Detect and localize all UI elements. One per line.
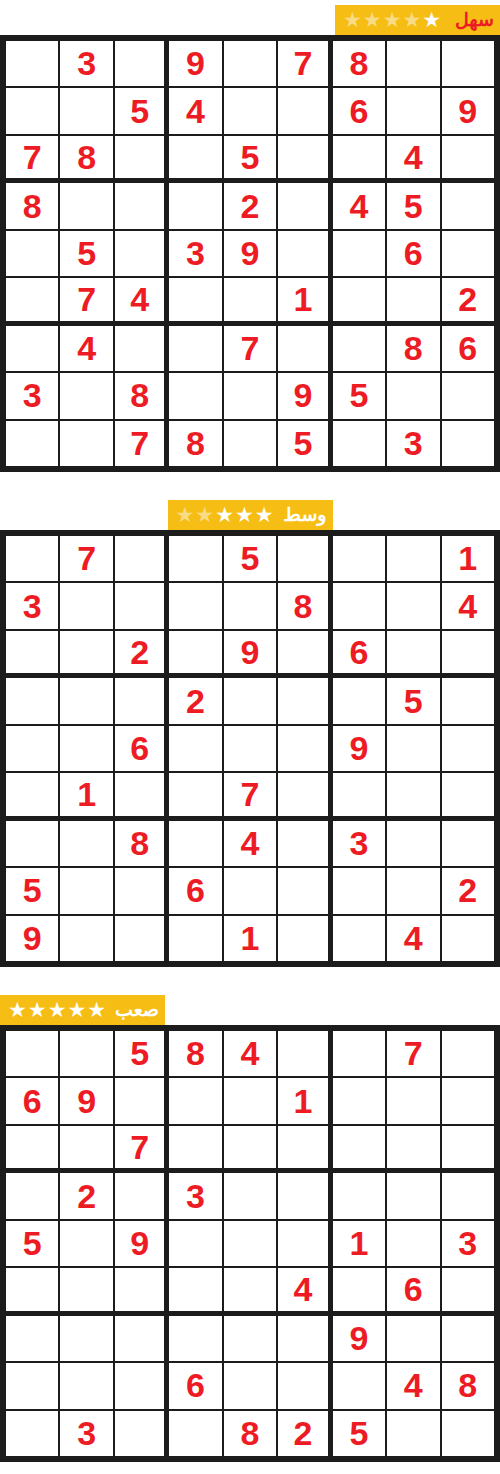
cell-r2-c8[interactable] xyxy=(386,1077,440,1124)
cell-r2-c4[interactable] xyxy=(168,1077,222,1124)
star-icon: ★ xyxy=(87,995,106,1025)
cell-r9-c8[interactable] xyxy=(386,1410,440,1457)
cell-r8-c4[interactable]: 6 xyxy=(168,1362,222,1409)
cell-r6-c7[interactable] xyxy=(332,1267,386,1314)
cell-r8-c7[interactable] xyxy=(332,867,386,914)
cell-r4-c5[interactable] xyxy=(223,1172,277,1219)
cell-r4-c6[interactable] xyxy=(277,182,331,229)
cell-r2-c8[interactable] xyxy=(386,582,440,629)
cell-r9-c3[interactable] xyxy=(114,1410,168,1457)
cell-r6-c3[interactable] xyxy=(114,1267,168,1314)
cell-r1-c5[interactable] xyxy=(223,40,277,87)
sudoku-grid: 397854697854824553967412478638957853 xyxy=(0,35,500,472)
cell-r1-c3[interactable] xyxy=(114,40,168,87)
cell-r3-c5[interactable] xyxy=(223,1125,277,1172)
cell-r6-c7[interactable] xyxy=(332,772,386,819)
cell-r8-c9[interactable]: 8 xyxy=(441,1362,495,1409)
cell-r5-c9[interactable] xyxy=(441,230,495,277)
cell-r3-c6[interactable] xyxy=(277,135,331,182)
cell-r6-c1[interactable] xyxy=(5,277,59,324)
cell-r7-c4[interactable] xyxy=(168,1315,222,1362)
cell-r1-c6[interactable]: 7 xyxy=(277,40,331,87)
cell-r5-c4[interactable] xyxy=(168,725,222,772)
cell-r3-c7[interactable]: 6 xyxy=(332,630,386,677)
cell-r5-c6[interactable] xyxy=(277,725,331,772)
cell-r3-c8[interactable] xyxy=(386,630,440,677)
cell-r8-c8[interactable]: 4 xyxy=(386,1362,440,1409)
cell-r1-c7[interactable]: 8 xyxy=(332,40,386,87)
cell-r5-c3[interactable]: 6 xyxy=(114,725,168,772)
cell-r3-c9[interactable] xyxy=(441,135,495,182)
cell-r9-c8[interactable]: 4 xyxy=(386,915,440,962)
cell-r5-c6[interactable] xyxy=(277,1220,331,1267)
cell-r8-c2[interactable] xyxy=(59,867,113,914)
cell-r3-c9[interactable] xyxy=(441,630,495,677)
star-icon: ★ xyxy=(176,500,195,530)
cell-r6-c9[interactable]: 2 xyxy=(441,277,495,324)
cell-r5-c7[interactable]: 1 xyxy=(332,1220,386,1267)
cell-r6-c9[interactable] xyxy=(441,772,495,819)
star-icon: ★ xyxy=(363,5,382,35)
cell-r4-c7[interactable] xyxy=(332,1172,386,1219)
cell-r8-c8[interactable] xyxy=(386,867,440,914)
cell-r5-c8[interactable] xyxy=(386,725,440,772)
cell-r8-c5[interactable] xyxy=(223,372,277,419)
cell-r9-c8[interactable]: 3 xyxy=(386,420,440,467)
cell-r1-c1[interactable] xyxy=(5,40,59,87)
cell-r2-c7[interactable]: 6 xyxy=(332,87,386,134)
cell-r4-c8[interactable]: 5 xyxy=(386,677,440,724)
cell-r7-c5[interactable]: 4 xyxy=(223,820,277,867)
cell-r7-c9[interactable]: 6 xyxy=(441,325,495,372)
cell-r9-c4[interactable]: 8 xyxy=(168,420,222,467)
cell-r5-c2[interactable] xyxy=(59,1220,113,1267)
cell-r9-c9[interactable] xyxy=(441,1410,495,1457)
cell-r1-c2[interactable] xyxy=(59,1030,113,1077)
cell-r3-c3[interactable]: 2 xyxy=(114,630,168,677)
cell-r9-c2[interactable] xyxy=(59,420,113,467)
cell-r8-c8[interactable] xyxy=(386,372,440,419)
cell-r2-c6[interactable]: 8 xyxy=(277,582,331,629)
cell-r4-c3[interactable] xyxy=(114,1172,168,1219)
cell-r2-c3[interactable]: 5 xyxy=(114,87,168,134)
cell-r8-c3[interactable] xyxy=(114,867,168,914)
cell-r6-c8[interactable] xyxy=(386,772,440,819)
cell-r3-c5[interactable]: 9 xyxy=(223,630,277,677)
cell-r6-c6[interactable]: 1 xyxy=(277,277,331,324)
cell-r7-c6[interactable] xyxy=(277,820,331,867)
cell-r6-c8[interactable] xyxy=(386,277,440,324)
cell-r4-c3[interactable] xyxy=(114,182,168,229)
cell-r5-c2[interactable] xyxy=(59,725,113,772)
cell-r5-c5[interactable] xyxy=(223,1220,277,1267)
star-icon: ★ xyxy=(48,995,67,1025)
cell-r2-c9[interactable] xyxy=(441,1077,495,1124)
cell-r7-c2[interactable] xyxy=(59,1315,113,1362)
cell-r3-c8[interactable]: 4 xyxy=(386,135,440,182)
cell-r1-c4[interactable]: 9 xyxy=(168,40,222,87)
cell-r8-c1[interactable] xyxy=(5,1362,59,1409)
cell-r7-c4[interactable] xyxy=(168,325,222,372)
cell-r2-c5[interactable] xyxy=(223,582,277,629)
cell-r2-c9[interactable]: 4 xyxy=(441,582,495,629)
cell-r8-c7[interactable]: 5 xyxy=(332,372,386,419)
cell-r3-c9[interactable] xyxy=(441,1125,495,1172)
cell-r9-c9[interactable] xyxy=(441,915,495,962)
cell-r4-c4[interactable]: 3 xyxy=(168,1172,222,1219)
cell-r6-c4[interactable] xyxy=(168,277,222,324)
star-icon: ★ xyxy=(67,995,86,1025)
cell-r9-c5[interactable] xyxy=(223,420,277,467)
cell-r7-c5[interactable]: 7 xyxy=(223,325,277,372)
cell-r4-c9[interactable] xyxy=(441,1172,495,1219)
cell-r6-c2[interactable]: 1 xyxy=(59,772,113,819)
difficulty-label: سهل xyxy=(455,6,494,34)
star-icon: ★ xyxy=(383,5,402,35)
cell-r1-c7[interactable] xyxy=(332,1030,386,1077)
cell-r4-c4[interactable] xyxy=(168,182,222,229)
cell-r1-c5[interactable]: 5 xyxy=(223,535,277,582)
cell-r1-c1[interactable] xyxy=(5,1030,59,1077)
cell-r2-c4[interactable]: 4 xyxy=(168,87,222,134)
cell-r7-c6[interactable] xyxy=(277,325,331,372)
cell-r4-c9[interactable] xyxy=(441,677,495,724)
cell-r2-c3[interactable] xyxy=(114,582,168,629)
cell-r7-c6[interactable] xyxy=(277,1315,331,1362)
cell-r4-c7[interactable] xyxy=(332,677,386,724)
cell-r5-c8[interactable]: 6 xyxy=(386,230,440,277)
cell-r4-c2[interactable] xyxy=(59,677,113,724)
cell-r6-c5[interactable]: 7 xyxy=(223,772,277,819)
difficulty-label: صعب xyxy=(115,996,159,1024)
cell-r8-c6[interactable] xyxy=(277,1362,331,1409)
cell-r1-c4[interactable] xyxy=(168,535,222,582)
cell-r7-c5[interactable] xyxy=(223,1315,277,1362)
sudoku-grid: 751384296256917843562914 xyxy=(0,530,500,967)
cell-r2-c9[interactable]: 9 xyxy=(441,87,495,134)
cell-r7-c4[interactable] xyxy=(168,820,222,867)
cell-r7-c3[interactable]: 8 xyxy=(114,820,168,867)
cell-r5-c1[interactable]: 5 xyxy=(5,1220,59,1267)
cell-r1-c9[interactable]: 1 xyxy=(441,535,495,582)
cell-r7-c7[interactable]: 3 xyxy=(332,820,386,867)
cell-r2-c1[interactable] xyxy=(5,87,59,134)
star-icon: ★ xyxy=(422,5,441,35)
cell-r9-c6[interactable]: 5 xyxy=(277,420,331,467)
cell-r9-c9[interactable] xyxy=(441,420,495,467)
cell-r2-c1[interactable]: 6 xyxy=(5,1077,59,1124)
cell-r2-c2[interactable]: 9 xyxy=(59,1077,113,1124)
cell-r5-c7[interactable]: 9 xyxy=(332,725,386,772)
cell-r7-c8[interactable]: 8 xyxy=(386,325,440,372)
cell-r7-c9[interactable] xyxy=(441,1315,495,1362)
cell-r6-c3[interactable] xyxy=(114,772,168,819)
cell-r8-c5[interactable] xyxy=(223,867,277,914)
cell-r7-c2[interactable]: 4 xyxy=(59,325,113,372)
cell-r7-c9[interactable] xyxy=(441,820,495,867)
cell-r8-c1[interactable]: 3 xyxy=(5,372,59,419)
cell-r3-c7[interactable] xyxy=(332,135,386,182)
cell-r6-c1[interactable] xyxy=(5,1267,59,1314)
cell-r9-c7[interactable] xyxy=(332,915,386,962)
cell-r3-c6[interactable] xyxy=(277,1125,331,1172)
cell-r6-c2[interactable]: 7 xyxy=(59,277,113,324)
star-icon: ★ xyxy=(402,5,421,35)
cell-r6-c5[interactable] xyxy=(223,277,277,324)
star-icon: ★ xyxy=(343,5,362,35)
cell-r9-c2[interactable] xyxy=(59,915,113,962)
cell-r3-c1[interactable]: 7 xyxy=(5,135,59,182)
cell-r3-c1[interactable] xyxy=(5,630,59,677)
cell-r6-c7[interactable] xyxy=(332,277,386,324)
cell-r8-c7[interactable] xyxy=(332,1362,386,1409)
banner-row: ★★★★★ صعب xyxy=(0,995,500,1025)
cell-r9-c6[interactable] xyxy=(277,915,331,962)
cell-r2-c6[interactable]: 1 xyxy=(277,1077,331,1124)
cell-r2-c8[interactable] xyxy=(386,87,440,134)
cell-r3-c7[interactable] xyxy=(332,1125,386,1172)
star-icon: ★ xyxy=(235,500,254,530)
cell-r9-c7[interactable] xyxy=(332,420,386,467)
banner-row: ★★★★★ سهل xyxy=(0,5,500,35)
cell-r9-c3[interactable]: 7 xyxy=(114,420,168,467)
cell-r7-c7[interactable] xyxy=(332,325,386,372)
cell-r8-c1[interactable]: 5 xyxy=(5,867,59,914)
cell-r5-c1[interactable] xyxy=(5,725,59,772)
cell-r3-c2[interactable]: 8 xyxy=(59,135,113,182)
cell-r9-c1[interactable] xyxy=(5,420,59,467)
cell-r2-c3[interactable] xyxy=(114,1077,168,1124)
cell-r1-c5[interactable]: 4 xyxy=(223,1030,277,1077)
difficulty-banner: ★★★★★ صعب xyxy=(0,995,165,1025)
cell-r9-c1[interactable]: 9 xyxy=(5,915,59,962)
cell-r3-c3[interactable]: 7 xyxy=(114,1125,168,1172)
cell-r9-c7[interactable]: 5 xyxy=(332,1410,386,1457)
cell-r1-c3[interactable] xyxy=(114,535,168,582)
cell-r1-c9[interactable] xyxy=(441,1030,495,1077)
puzzle-easy: ★★★★★ سهل 397854697854824553967412478638… xyxy=(0,0,500,472)
star-rating: ★★★★★ xyxy=(343,5,441,35)
cell-r6-c8[interactable]: 6 xyxy=(386,1267,440,1314)
puzzle-hard: ★★★★★ صعب 584769172359134696483825 xyxy=(0,967,500,1462)
cell-r2-c1[interactable]: 3 xyxy=(5,582,59,629)
cell-r6-c9[interactable] xyxy=(441,1267,495,1314)
cell-r3-c5[interactable]: 5 xyxy=(223,135,277,182)
cell-r2-c2[interactable] xyxy=(59,87,113,134)
cell-r6-c5[interactable] xyxy=(223,1267,277,1314)
cell-r9-c2[interactable]: 3 xyxy=(59,1410,113,1457)
cell-r8-c2[interactable] xyxy=(59,372,113,419)
star-rating: ★★★★★ xyxy=(8,995,106,1025)
cell-r5-c5[interactable] xyxy=(223,725,277,772)
cell-r4-c8[interactable]: 5 xyxy=(386,182,440,229)
cell-r3-c8[interactable] xyxy=(386,1125,440,1172)
cell-r8-c5[interactable] xyxy=(223,1362,277,1409)
sudoku-grid: 584769172359134696483825 xyxy=(0,1025,500,1462)
cell-r3-c4[interactable] xyxy=(168,135,222,182)
cell-r5-c9[interactable] xyxy=(441,725,495,772)
cell-r6-c6[interactable] xyxy=(277,772,331,819)
cell-r1-c8[interactable]: 7 xyxy=(386,1030,440,1077)
star-icon: ★ xyxy=(195,500,214,530)
cell-r7-c7[interactable]: 9 xyxy=(332,1315,386,1362)
cell-r4-c3[interactable] xyxy=(114,677,168,724)
cell-r2-c4[interactable] xyxy=(168,582,222,629)
cell-r6-c1[interactable] xyxy=(5,772,59,819)
cell-r5-c4[interactable]: 3 xyxy=(168,230,222,277)
difficulty-banner: ★★★★★ وسط xyxy=(168,500,333,530)
cell-r6-c6[interactable]: 4 xyxy=(277,1267,331,1314)
cell-r1-c4[interactable]: 8 xyxy=(168,1030,222,1077)
cell-r4-c8[interactable] xyxy=(386,1172,440,1219)
difficulty-banner: ★★★★★ سهل xyxy=(335,5,500,35)
cell-r3-c4[interactable] xyxy=(168,630,222,677)
cell-r1-c2[interactable]: 3 xyxy=(59,40,113,87)
cell-r8-c3[interactable] xyxy=(114,1362,168,1409)
cell-r7-c8[interactable] xyxy=(386,1315,440,1362)
cell-r2-c7[interactable] xyxy=(332,582,386,629)
cell-r1-c8[interactable] xyxy=(386,535,440,582)
cell-r1-c7[interactable] xyxy=(332,535,386,582)
cell-r4-c9[interactable] xyxy=(441,182,495,229)
cell-r4-c6[interactable] xyxy=(277,677,331,724)
cell-r7-c3[interactable] xyxy=(114,1315,168,1362)
cell-r9-c5[interactable]: 1 xyxy=(223,915,277,962)
cell-r4-c7[interactable]: 4 xyxy=(332,182,386,229)
cell-r1-c8[interactable] xyxy=(386,40,440,87)
cell-r2-c7[interactable] xyxy=(332,1077,386,1124)
cell-r3-c2[interactable] xyxy=(59,1125,113,1172)
cell-r6-c3[interactable]: 4 xyxy=(114,277,168,324)
cell-r5-c5[interactable]: 9 xyxy=(223,230,277,277)
cell-r8-c4[interactable]: 6 xyxy=(168,867,222,914)
cell-r1-c9[interactable] xyxy=(441,40,495,87)
cell-r5-c9[interactable]: 3 xyxy=(441,1220,495,1267)
cell-r7-c2[interactable] xyxy=(59,820,113,867)
cell-r3-c1[interactable] xyxy=(5,1125,59,1172)
star-icon: ★ xyxy=(28,995,47,1025)
star-rating: ★★★★★ xyxy=(176,500,274,530)
cell-r6-c4[interactable] xyxy=(168,1267,222,1314)
cell-r3-c6[interactable] xyxy=(277,630,331,677)
cell-r3-c4[interactable] xyxy=(168,1125,222,1172)
cell-r2-c6[interactable] xyxy=(277,87,331,134)
cell-r1-c6[interactable] xyxy=(277,535,331,582)
cell-r5-c1[interactable] xyxy=(5,230,59,277)
cell-r8-c4[interactable] xyxy=(168,372,222,419)
cell-r4-c1[interactable] xyxy=(5,1172,59,1219)
cell-r2-c5[interactable] xyxy=(223,1077,277,1124)
cell-r2-c5[interactable] xyxy=(223,87,277,134)
cell-r5-c3[interactable] xyxy=(114,230,168,277)
cell-r6-c2[interactable] xyxy=(59,1267,113,1314)
cell-r4-c1[interactable]: 8 xyxy=(5,182,59,229)
cell-r9-c3[interactable] xyxy=(114,915,168,962)
cell-r4-c2[interactable]: 2 xyxy=(59,1172,113,1219)
cell-r8-c6[interactable]: 9 xyxy=(277,372,331,419)
banner-row: ★★★★★ وسط xyxy=(0,500,500,530)
cell-r5-c2[interactable]: 5 xyxy=(59,230,113,277)
cell-r7-c1[interactable] xyxy=(5,325,59,372)
printable-sudoku-page: ★★★★★ سهل 397854697854824553967412478638… xyxy=(0,0,500,1462)
cell-r5-c8[interactable] xyxy=(386,1220,440,1267)
cell-r7-c1[interactable] xyxy=(5,1315,59,1362)
cell-r8-c3[interactable]: 8 xyxy=(114,372,168,419)
cell-r8-c9[interactable]: 2 xyxy=(441,867,495,914)
cell-r9-c4[interactable] xyxy=(168,915,222,962)
cell-r2-c2[interactable] xyxy=(59,582,113,629)
star-icon: ★ xyxy=(8,995,27,1025)
cell-r5-c6[interactable] xyxy=(277,230,331,277)
cell-r4-c1[interactable] xyxy=(5,677,59,724)
cell-r4-c6[interactable] xyxy=(277,1172,331,1219)
cell-r7-c1[interactable] xyxy=(5,820,59,867)
cell-r7-c8[interactable] xyxy=(386,820,440,867)
cell-r5-c4[interactable] xyxy=(168,1220,222,1267)
cell-r4-c5[interactable]: 2 xyxy=(223,182,277,229)
difficulty-label: وسط xyxy=(283,501,326,529)
cell-r9-c1[interactable] xyxy=(5,1410,59,1457)
cell-r3-c2[interactable] xyxy=(59,630,113,677)
cell-r7-c3[interactable] xyxy=(114,325,168,372)
cell-r1-c3[interactable]: 5 xyxy=(114,1030,168,1077)
cell-r5-c7[interactable] xyxy=(332,230,386,277)
cell-r3-c3[interactable] xyxy=(114,135,168,182)
cell-r1-c2[interactable]: 7 xyxy=(59,535,113,582)
cell-r1-c1[interactable] xyxy=(5,535,59,582)
cell-r8-c9[interactable] xyxy=(441,372,495,419)
star-icon: ★ xyxy=(255,500,274,530)
cell-r8-c2[interactable] xyxy=(59,1362,113,1409)
cell-r6-c4[interactable] xyxy=(168,772,222,819)
cell-r9-c5[interactable]: 8 xyxy=(223,1410,277,1457)
cell-r1-c6[interactable] xyxy=(277,1030,331,1077)
cell-r8-c6[interactable] xyxy=(277,867,331,914)
cell-r4-c4[interactable]: 2 xyxy=(168,677,222,724)
cell-r4-c5[interactable] xyxy=(223,677,277,724)
cell-r4-c2[interactable] xyxy=(59,182,113,229)
star-icon: ★ xyxy=(215,500,234,530)
cell-r5-c3[interactable]: 9 xyxy=(114,1220,168,1267)
cell-r9-c6[interactable]: 2 xyxy=(277,1410,331,1457)
puzzle-medium: ★★★★★ وسط 751384296256917843562914 xyxy=(0,472,500,967)
cell-r9-c4[interactable] xyxy=(168,1410,222,1457)
